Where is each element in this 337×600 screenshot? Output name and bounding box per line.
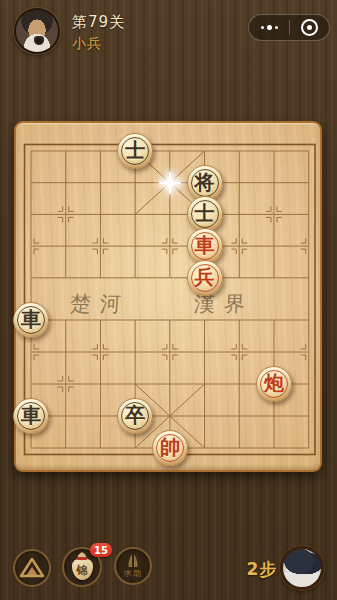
piece-character: 卒 <box>125 405 145 425</box>
piece-black-chariot[interactable]: 車 <box>13 302 49 338</box>
piece-character: 帥 <box>160 437 180 457</box>
piece-red-general[interactable]: 帥 <box>152 430 188 466</box>
xiangqi-board[interactable]: 楚河 漢界 士将士車兵車炮車卒帥 <box>14 121 322 472</box>
more-icon[interactable] <box>249 25 289 30</box>
piece-red-chariot[interactable]: 車 <box>187 228 223 264</box>
opponent-avatar[interactable] <box>280 546 324 590</box>
piece-character: 車 <box>195 235 215 255</box>
bag-count-badge: 15 <box>90 543 112 557</box>
piece-red-cannon[interactable]: 炮 <box>256 366 292 402</box>
piece-character: 士 <box>195 203 215 223</box>
piece-black-soldier[interactable]: 卒 <box>117 398 153 434</box>
piece-character: 将 <box>195 172 215 192</box>
piece-black-advisor[interactable]: 士 <box>187 196 223 232</box>
board-grid <box>16 123 324 474</box>
opponent-name: 小兵 <box>72 35 102 53</box>
chevron-up-icon <box>19 556 45 580</box>
piece-black-advisor[interactable]: 士 <box>117 133 153 169</box>
money-bag-icon: 锦 <box>72 558 93 580</box>
piece-character: 兵 <box>195 267 215 287</box>
piece-character: 士 <box>125 140 145 160</box>
river-label-chu: 楚河 <box>69 290 131 318</box>
level-title: 第79关 <box>72 13 125 32</box>
steps-counter: 2步 <box>238 558 286 581</box>
piece-black-general[interactable]: 将 <box>187 165 223 201</box>
tip-bag-button[interactable]: 锦 15 <box>62 547 102 587</box>
piece-character: 車 <box>21 309 41 329</box>
miniprogram-capsule <box>248 14 330 41</box>
piece-black-chariot[interactable]: 車 <box>13 398 49 434</box>
piece-character: 炮 <box>264 373 284 393</box>
help-label: 求助 <box>124 568 142 579</box>
bag-character: 锦 <box>77 563 88 578</box>
ask-help-button[interactable]: 求助 <box>114 547 152 585</box>
piece-character: 車 <box>21 405 41 425</box>
praying-hands-icon <box>123 553 143 569</box>
exit-target-icon[interactable] <box>290 19 329 36</box>
player-avatar[interactable] <box>14 8 60 54</box>
piece-red-soldier[interactable]: 兵 <box>187 260 223 296</box>
expand-menu-button[interactable] <box>13 549 51 587</box>
